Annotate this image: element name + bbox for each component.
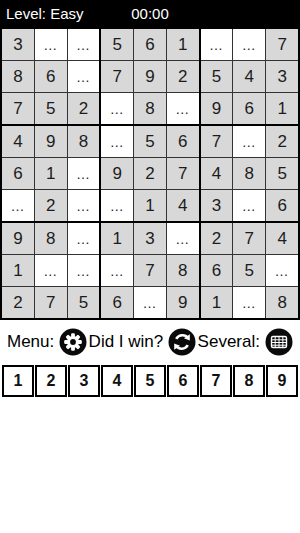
sudoku-cell-r4c3: 8 xyxy=(68,126,100,157)
sudoku-box: 7…24853…6 xyxy=(201,126,298,221)
sudoku-cell-r2c5: 9 xyxy=(134,61,166,92)
sudoku-cell-r3c3: 2 xyxy=(68,93,100,124)
sudoku-cell-r6c8[interactable]: … xyxy=(233,190,265,221)
sudoku-cell-r2c1: 8 xyxy=(2,61,34,92)
sudoku-cell-r6c6: 4 xyxy=(167,190,199,221)
sudoku-cell-r9c9: 8 xyxy=(266,287,298,318)
numpad-button-3[interactable]: 3 xyxy=(68,365,100,397)
sudoku-box: …56927…14 xyxy=(101,126,198,221)
sudoku-cell-r8c2[interactable]: … xyxy=(35,255,67,286)
sudoku-box: 561792…8… xyxy=(101,29,198,124)
sudoku-cell-r3c9: 1 xyxy=(266,93,298,124)
sudoku-cell-r7c2: 8 xyxy=(35,223,67,254)
sudoku-cell-r5c5: 2 xyxy=(134,158,166,189)
sudoku-cell-r1c6: 1 xyxy=(167,29,199,60)
sudoku-cell-r6c9: 6 xyxy=(266,190,298,221)
sudoku-cell-r4c4[interactable]: … xyxy=(101,126,133,157)
sudoku-cell-r4c6: 6 xyxy=(167,126,199,157)
sudoku-box: 13……786…9 xyxy=(101,223,198,318)
sudoku-cell-r4c8[interactable]: … xyxy=(233,126,265,157)
sudoku-cell-r5c2: 1 xyxy=(35,158,67,189)
numpad-button-7[interactable]: 7 xyxy=(200,365,232,397)
sudoku-cell-r2c9: 3 xyxy=(266,61,298,92)
timer: 00:00 xyxy=(0,5,300,22)
sudoku-cell-r8c4[interactable]: … xyxy=(101,255,133,286)
sudoku-cell-r4c2: 9 xyxy=(35,126,67,157)
sudoku-cell-r8c6: 8 xyxy=(167,255,199,286)
sudoku-board: 3……86…752561792…8………754396149861……2……569… xyxy=(0,27,300,320)
sudoku-cell-r5c3[interactable]: … xyxy=(68,158,100,189)
sudoku-cell-r2c2: 6 xyxy=(35,61,67,92)
did-i-win-label: Did I win? xyxy=(89,332,164,352)
numpad-button-5[interactable]: 5 xyxy=(134,365,166,397)
sudoku-cell-r1c9: 7 xyxy=(266,29,298,60)
sudoku-box: 49861……2… xyxy=(2,126,99,221)
several-group: Several: xyxy=(198,328,293,356)
sudoku-cell-r1c3[interactable]: … xyxy=(68,29,100,60)
sudoku-cell-r3c4[interactable]: … xyxy=(101,93,133,124)
title-bar: Level: Easy 00:00 xyxy=(0,0,300,27)
number-pad: 123456789 xyxy=(2,365,298,397)
numpad-button-1[interactable]: 1 xyxy=(2,365,34,397)
sudoku-cell-r7c5: 3 xyxy=(134,223,166,254)
sudoku-cell-r6c4[interactable]: … xyxy=(101,190,133,221)
several-label: Several: xyxy=(198,332,260,352)
numpad-button-8[interactable]: 8 xyxy=(233,365,265,397)
sudoku-cell-r1c7[interactable]: … xyxy=(201,29,233,60)
sudoku-cell-r8c7: 6 xyxy=(201,255,233,286)
sudoku-box: 3……86…752 xyxy=(2,29,99,124)
menu-label: Menu: xyxy=(7,332,54,352)
sudoku-cell-r6c5: 1 xyxy=(134,190,166,221)
sudoku-cell-r8c1: 1 xyxy=(2,255,34,286)
sudoku-box: 27465…1…8 xyxy=(201,223,298,318)
sudoku-cell-r9c4: 6 xyxy=(101,287,133,318)
sudoku-cell-r2c6: 2 xyxy=(167,61,199,92)
sudoku-cell-r6c2: 2 xyxy=(35,190,67,221)
sudoku-cell-r3c7: 9 xyxy=(201,93,233,124)
keypad-icon[interactable] xyxy=(265,328,293,356)
sudoku-cell-r5c1: 6 xyxy=(2,158,34,189)
sudoku-cell-r9c3: 5 xyxy=(68,287,100,318)
sudoku-cell-r3c5: 8 xyxy=(134,93,166,124)
win-group: Did I win? xyxy=(89,328,197,356)
numpad-button-4[interactable]: 4 xyxy=(101,365,133,397)
sudoku-box: 98…1……275 xyxy=(2,223,99,318)
sudoku-cell-r6c3[interactable]: … xyxy=(68,190,100,221)
sudoku-cell-r9c1: 2 xyxy=(2,287,34,318)
sudoku-cell-r1c8[interactable]: … xyxy=(233,29,265,60)
sudoku-cell-r8c3[interactable]: … xyxy=(68,255,100,286)
sudoku-cell-r8c8: 5 xyxy=(233,255,265,286)
sudoku-cell-r7c8: 7 xyxy=(233,223,265,254)
sudoku-cell-r3c6[interactable]: … xyxy=(167,93,199,124)
sudoku-cell-r9c7: 1 xyxy=(201,287,233,318)
sudoku-cell-r5c8: 8 xyxy=(233,158,265,189)
sudoku-cell-r9c6: 9 xyxy=(167,287,199,318)
sudoku-cell-r7c6[interactable]: … xyxy=(167,223,199,254)
sudoku-cell-r8c5: 7 xyxy=(134,255,166,286)
sudoku-cell-r1c1: 3 xyxy=(2,29,34,60)
menu-row: Menu: Did I win? Several: xyxy=(7,327,293,357)
refresh-icon[interactable] xyxy=(168,328,196,356)
sudoku-cell-r4c7: 7 xyxy=(201,126,233,157)
numpad-button-2[interactable]: 2 xyxy=(35,365,67,397)
sudoku-cell-r4c9: 2 xyxy=(266,126,298,157)
sudoku-cell-r7c1: 9 xyxy=(2,223,34,254)
sudoku-cell-r8c9[interactable]: … xyxy=(266,255,298,286)
sudoku-cell-r5c7: 4 xyxy=(201,158,233,189)
sudoku-cell-r7c7: 2 xyxy=(201,223,233,254)
sudoku-cell-r6c7: 3 xyxy=(201,190,233,221)
sudoku-cell-r2c4: 7 xyxy=(101,61,133,92)
sudoku-cell-r4c5: 5 xyxy=(134,126,166,157)
sudoku-cell-r7c9: 4 xyxy=(266,223,298,254)
sudoku-cell-r5c6: 7 xyxy=(167,158,199,189)
menu-group: Menu: xyxy=(7,328,87,356)
sudoku-cell-r7c4: 1 xyxy=(101,223,133,254)
sudoku-cell-r4c1: 4 xyxy=(2,126,34,157)
sudoku-box: ……7543961 xyxy=(201,29,298,124)
sudoku-cell-r1c4: 5 xyxy=(101,29,133,60)
sudoku-cell-r2c3[interactable]: … xyxy=(68,61,100,92)
sudoku-cell-r2c7: 5 xyxy=(201,61,233,92)
sudoku-cell-r1c5: 6 xyxy=(134,29,166,60)
sudoku-cell-r9c8[interactable]: … xyxy=(233,287,265,318)
sudoku-cell-r5c9: 5 xyxy=(266,158,298,189)
numpad-button-9[interactable]: 9 xyxy=(266,365,298,397)
sudoku-cell-r7c3[interactable]: … xyxy=(68,223,100,254)
sudoku-cell-r9c2: 7 xyxy=(35,287,67,318)
sudoku-cell-r3c1: 7 xyxy=(2,93,34,124)
sudoku-cell-r3c2: 5 xyxy=(35,93,67,124)
numpad-button-6[interactable]: 6 xyxy=(167,365,199,397)
sudoku-cell-r1c2[interactable]: … xyxy=(35,29,67,60)
sudoku-cell-r2c8: 4 xyxy=(233,61,265,92)
sudoku-cell-r6c1[interactable]: … xyxy=(2,190,34,221)
sudoku-cell-r9c5[interactable]: … xyxy=(134,287,166,318)
sudoku-cell-r5c4: 9 xyxy=(101,158,133,189)
gear-icon[interactable] xyxy=(59,328,87,356)
sudoku-cell-r3c8: 6 xyxy=(233,93,265,124)
